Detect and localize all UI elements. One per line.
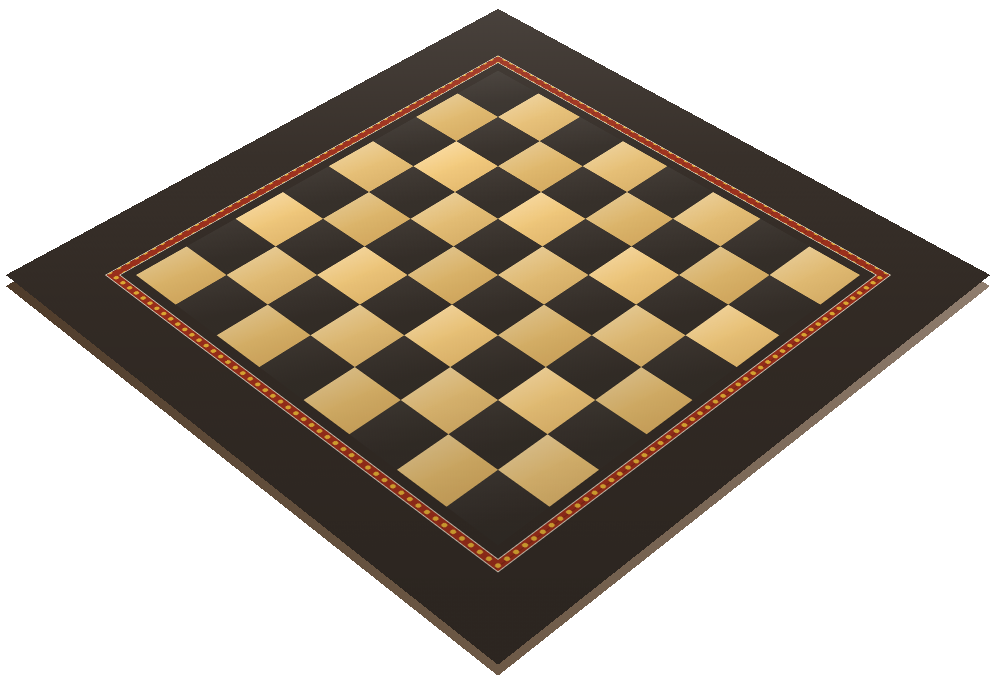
inlay-trim-border [105, 55, 891, 572]
product-photo [0, 0, 1000, 682]
chess-board [6, 9, 990, 665]
inner-frame [119, 62, 877, 560]
